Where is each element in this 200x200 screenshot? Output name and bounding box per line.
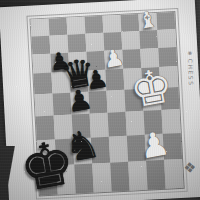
board-mat: ♝♟♟♛♟♟♚♞♟♚ ◉CHESS ❖	[0, 0, 200, 200]
square-c2: ♞	[73, 138, 92, 165]
square-g2: ♟	[145, 134, 164, 161]
square-e8	[102, 15, 121, 33]
square-a8	[31, 19, 50, 37]
dust-speckles	[0, 0, 1, 1]
square-e1	[110, 162, 129, 192]
square-b8	[49, 18, 68, 36]
piece-white-pawn-g2: ♟	[137, 126, 172, 164]
brand-mark-icon: ◉	[187, 49, 193, 57]
square-e2	[109, 136, 128, 163]
board-border-label: CHESS	[187, 59, 195, 87]
square-c8	[67, 17, 86, 35]
square-g4: ♚	[142, 88, 161, 111]
square-d8	[85, 16, 104, 34]
square-d1	[92, 163, 111, 193]
square-c4: ♟	[70, 92, 89, 115]
square-e6: ♟	[104, 50, 123, 70]
piece-white-king-g4: ♚	[126, 61, 176, 115]
piece-white-bishop-g8: ♝	[136, 8, 159, 33]
chess-board: ♝♟♟♛♟♟♚♞♟♚	[30, 11, 185, 196]
piece-black-king-a1: ♚	[15, 131, 79, 200]
square-f7	[121, 31, 140, 50]
square-g8: ♝	[138, 13, 157, 31]
square-e4	[106, 90, 125, 113]
chessboard-photo: ♝♟♟♛♟♟♚♞♟♚ ◉CHESS ❖	[0, 0, 200, 200]
square-a4	[35, 94, 54, 117]
square-h7	[157, 29, 176, 48]
square-h1	[164, 159, 183, 189]
square-a5	[33, 73, 52, 95]
square-a1: ♚	[38, 165, 57, 195]
diamond-ornament-icon: ❖	[183, 159, 197, 176]
table-background	[0, 146, 18, 200]
piece-black-pawn-c4: ♟	[65, 85, 95, 117]
square-e3	[108, 112, 127, 137]
board-border-text: ◉CHESS	[187, 49, 195, 86]
